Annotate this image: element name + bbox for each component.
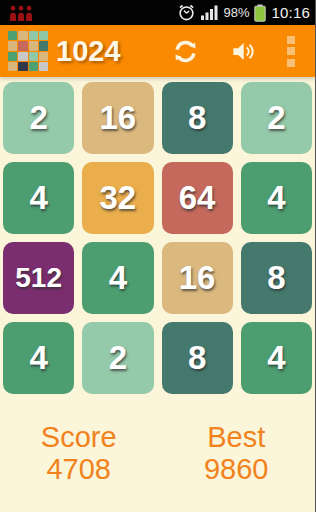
tile-r4c4: 4 — [241, 322, 312, 394]
speaker-icon — [230, 38, 257, 65]
overflow-menu-button[interactable] — [287, 36, 295, 67]
app-icon-cell — [39, 62, 48, 71]
tile-r2c2: 32 — [82, 162, 153, 234]
sound-button[interactable] — [230, 38, 257, 65]
tile-r3c4: 8 — [241, 242, 312, 314]
battery-percent: 98% — [223, 5, 249, 20]
tile-r3c2: 4 — [82, 242, 153, 314]
refresh-icon — [171, 37, 200, 66]
signal-strength-icon — [201, 5, 218, 20]
tile-r2c3: 64 — [162, 162, 233, 234]
battery-icon — [254, 4, 266, 22]
app-icon-cell — [8, 52, 17, 61]
app-launcher-icon — [8, 31, 48, 71]
app-icon-cell — [39, 41, 48, 50]
app-icon-cell — [29, 62, 38, 71]
app-title: 1024 — [56, 35, 121, 68]
app-icon-cell — [8, 62, 17, 71]
menu-dot-icon — [287, 36, 295, 44]
restart-button[interactable] — [171, 37, 200, 66]
tile-r4c2: 2 — [82, 322, 153, 394]
app-bar: 1024 — [0, 25, 315, 77]
tile-r3c3: 16 — [162, 242, 233, 314]
tile-r1c3: 8 — [162, 82, 233, 154]
best-label: Best — [158, 421, 316, 453]
app-icon-cell — [18, 31, 27, 40]
clock-time: 10:16 — [271, 4, 310, 21]
status-bar: 98% 10:16 — [0, 0, 315, 25]
phone-screen: 98% 10:16 1024 — [0, 0, 315, 512]
app-icon-cell — [8, 31, 17, 40]
best-value: 9860 — [158, 453, 316, 485]
tile-r2c4: 4 — [241, 162, 312, 234]
tile-r4c3: 8 — [162, 322, 233, 394]
menu-dot-icon — [287, 47, 295, 55]
group-notification-icon — [8, 5, 34, 21]
app-icon-cell — [18, 62, 27, 71]
game-board[interactable]: 2168243264451241684284 — [0, 77, 315, 394]
alarm-clock-icon — [177, 3, 196, 22]
tile-r1c2: 16 — [82, 82, 153, 154]
menu-dot-icon — [287, 59, 295, 67]
app-icon-cell — [29, 41, 38, 50]
scorebar: Score 4708 Best 9860 — [0, 394, 315, 512]
app-icon-cell — [18, 52, 27, 61]
best-block: Best 9860 — [158, 421, 316, 512]
app-icon-cell — [8, 41, 17, 50]
score-block: Score 4708 — [0, 421, 158, 512]
score-label: Score — [0, 421, 158, 453]
tile-r1c4: 2 — [241, 82, 312, 154]
tile-r2c1: 4 — [3, 162, 74, 234]
tile-r3c1: 512 — [3, 242, 74, 314]
app-icon-cell — [39, 52, 48, 61]
app-icon-cell — [39, 31, 48, 40]
score-value: 4708 — [0, 453, 158, 485]
app-icon-cell — [29, 31, 38, 40]
tile-r1c1: 2 — [3, 82, 74, 154]
app-icon-cell — [18, 41, 27, 50]
tile-r4c1: 4 — [3, 322, 74, 394]
app-icon-cell — [29, 52, 38, 61]
